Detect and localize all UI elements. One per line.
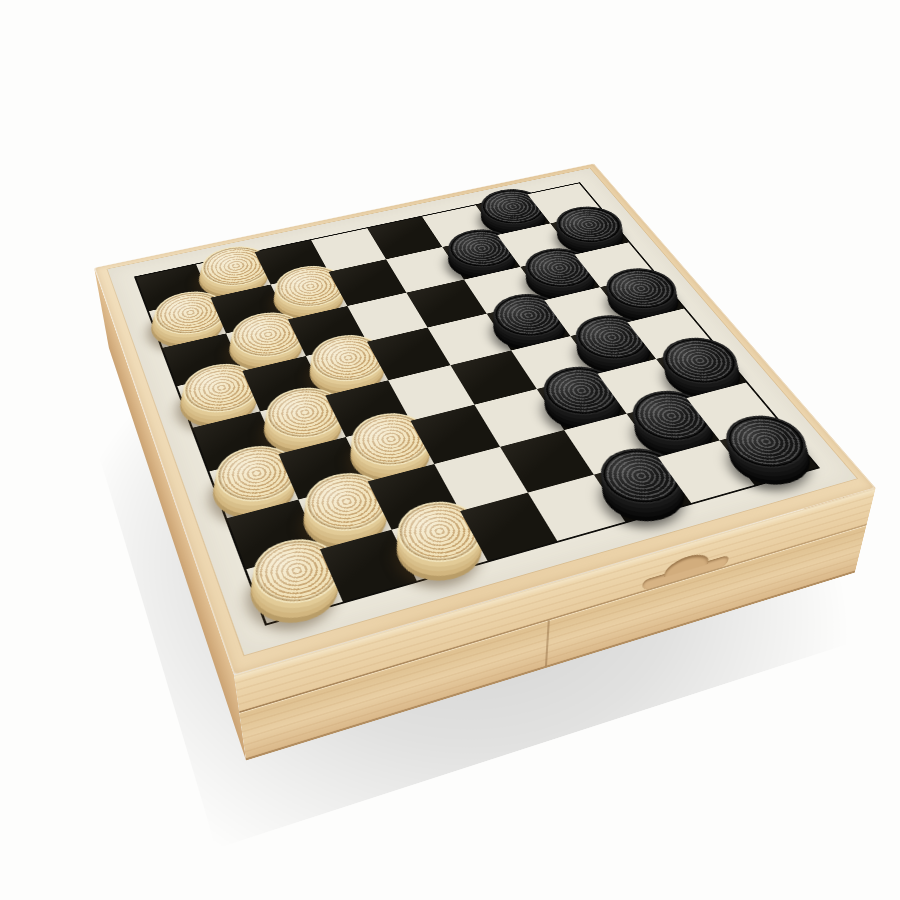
square-f6 (537, 374, 627, 431)
light-checker-c6 (342, 406, 442, 474)
square-h7 (687, 383, 780, 440)
light-checker-c8 (387, 494, 495, 572)
square-d5 (388, 365, 474, 421)
square-b6 (278, 437, 367, 500)
drawer-seam (545, 620, 550, 666)
square-f7 (564, 414, 657, 474)
square-d6 (411, 405, 500, 465)
square-g8 (657, 440, 754, 503)
square-d8 (460, 492, 557, 560)
square-b5 (260, 395, 346, 454)
dark-checker-h8 (712, 409, 821, 477)
camera-stage (0, 0, 900, 900)
square-h8 (720, 424, 817, 485)
light-checker-b5 (257, 381, 353, 446)
square-e6 (474, 389, 564, 447)
square-a8 (246, 549, 342, 623)
light-checker-a6 (207, 438, 306, 509)
square-a4 (177, 371, 259, 427)
square-d7 (435, 447, 528, 511)
square-c8 (391, 511, 488, 581)
light-checker-b7 (295, 465, 399, 540)
finger-notch (642, 555, 729, 591)
product-photo (0, 0, 900, 900)
square-c5 (325, 380, 411, 437)
dark-checker-g7 (620, 384, 724, 449)
square-f8 (593, 457, 690, 522)
square-c6 (345, 421, 434, 482)
dark-checker-f8 (587, 441, 696, 513)
dark-checker-f6 (531, 360, 631, 423)
square-e7 (500, 430, 593, 492)
light-checker-a8 (244, 531, 352, 613)
square-a7 (227, 500, 319, 569)
square-a6 (209, 454, 298, 518)
square-e8 (528, 474, 625, 540)
square-h6 (656, 344, 746, 398)
square-a5 (193, 411, 278, 471)
square-b8 (320, 530, 417, 602)
square-c7 (367, 464, 460, 529)
square-b7 (298, 482, 391, 549)
square-g7 (626, 398, 719, 457)
